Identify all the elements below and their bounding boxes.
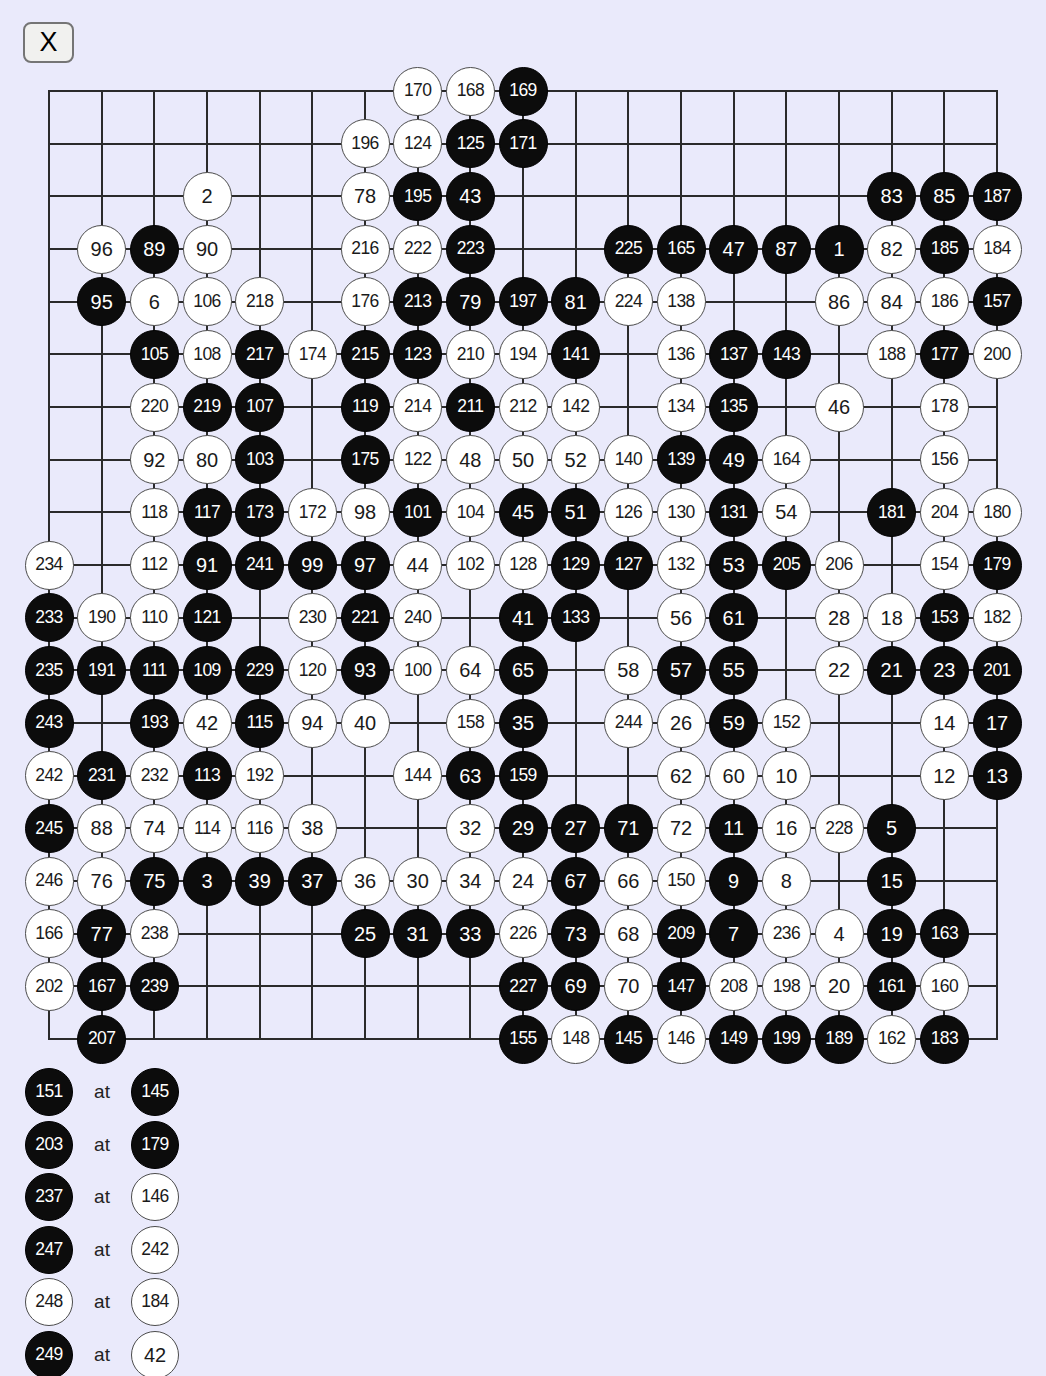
stone-move-68: 68 [604,909,653,958]
stone-move-111: 111 [130,646,179,695]
capture-annotation: 237at146 [25,1173,179,1221]
stone-move-191: 191 [77,646,126,695]
stone-move-227: 227 [499,962,548,1011]
stone-move-14: 14 [920,699,969,748]
stone-move-18: 18 [867,593,916,642]
stone-move-35: 35 [499,699,548,748]
stone-move-192: 192 [235,751,284,800]
stone-move-77: 77 [77,909,126,958]
stone-move-61: 61 [709,593,758,642]
stone-move-57: 57 [657,646,706,695]
stone-move-102: 102 [446,541,495,590]
stone-move-229: 229 [235,646,284,695]
stone-move-201: 201 [973,646,1022,695]
capture-annotation: 248at184 [25,1278,179,1326]
stone-move-71: 71 [604,804,653,853]
stone-move-23: 23 [920,646,969,695]
stone-move-53: 53 [709,541,758,590]
stone-move-230: 230 [288,593,337,642]
stone-move-106: 106 [183,277,232,326]
stone-move-97: 97 [341,541,390,590]
stone-move-79: 79 [446,277,495,326]
stone-move-70: 70 [604,962,653,1011]
stone-move-34: 34 [446,857,495,906]
stone-move-127: 127 [604,541,653,590]
stone-move-85: 85 [920,172,969,221]
stone-move-140: 140 [604,435,653,484]
stone-move-216: 216 [341,225,390,274]
stone-move-98: 98 [341,488,390,537]
stone-move-210: 210 [446,330,495,379]
go-board: 1701681691961241251712781954383851879689… [0,0,1046,1090]
annotation-at-label: at [73,1081,131,1103]
capture-annotation: 249at42 [25,1331,179,1376]
stone-move-64: 64 [446,646,495,695]
stone-move-133: 133 [551,593,600,642]
stone-move-149: 149 [709,1015,758,1064]
stone-move-146: 146 [657,1015,706,1064]
stone-move-28: 28 [815,593,864,642]
stone-move-90: 90 [183,225,232,274]
stone-move-235: 235 [25,646,74,695]
stone-move-184: 184 [131,1278,179,1326]
stone-move-211: 211 [446,383,495,432]
stone-move-144: 144 [393,751,442,800]
stone-move-134: 134 [657,383,706,432]
stone-move-38: 38 [288,804,337,853]
stone-move-99: 99 [288,541,337,590]
stone-move-173: 173 [235,488,284,537]
stone-move-228: 228 [815,804,864,853]
stone-move-125: 125 [446,119,495,168]
stone-move-184: 184 [973,225,1022,274]
stone-move-186: 186 [920,277,969,326]
stone-move-145: 145 [131,1068,179,1116]
stone-move-41: 41 [499,593,548,642]
stone-move-156: 156 [920,435,969,484]
stone-move-116: 116 [235,804,284,853]
stone-move-48: 48 [446,435,495,484]
stone-move-108: 108 [183,330,232,379]
stone-move-172: 172 [288,488,337,537]
stone-move-1: 1 [815,225,864,274]
stone-move-74: 74 [130,804,179,853]
stone-move-55: 55 [709,646,758,695]
stone-move-180: 180 [973,488,1022,537]
stone-move-117: 117 [183,488,232,537]
stone-move-47: 47 [709,225,758,274]
capture-annotation: 203at179 [25,1121,179,1169]
stone-move-81: 81 [551,277,600,326]
stone-move-11: 11 [709,804,758,853]
stone-move-107: 107 [235,383,284,432]
stone-move-166: 166 [25,909,74,958]
stone-move-20: 20 [815,962,864,1011]
stone-move-240: 240 [393,593,442,642]
stone-move-42: 42 [131,1331,179,1376]
stone-move-104: 104 [446,488,495,537]
stone-move-22: 22 [815,646,864,695]
stone-move-188: 188 [867,330,916,379]
stone-move-155: 155 [499,1015,548,1064]
stone-move-190: 190 [77,593,126,642]
capture-annotations: 151at145203at179237at146247at242248at184… [25,1068,179,1376]
stone-move-179: 179 [973,541,1022,590]
stone-move-222: 222 [393,225,442,274]
stone-move-209: 209 [657,909,706,958]
stone-move-88: 88 [77,804,126,853]
stone-move-168: 168 [446,67,495,116]
stone-move-8: 8 [762,857,811,906]
stone-move-84: 84 [867,277,916,326]
annotation-at-label: at [73,1291,131,1313]
stone-move-198: 198 [762,962,811,1011]
stone-move-56: 56 [657,593,706,642]
stone-move-12: 12 [920,751,969,800]
stone-move-103: 103 [235,435,284,484]
stone-move-94: 94 [288,699,337,748]
stone-move-5: 5 [867,804,916,853]
stone-move-119: 119 [341,383,390,432]
stone-move-95: 95 [77,277,126,326]
stone-move-145: 145 [604,1015,653,1064]
stone-move-158: 158 [446,699,495,748]
stone-move-160: 160 [920,962,969,1011]
stone-move-113: 113 [183,751,232,800]
stone-move-128: 128 [499,541,548,590]
stone-move-170: 170 [393,67,442,116]
stone-move-239: 239 [130,962,179,1011]
stone-move-165: 165 [657,225,706,274]
stone-move-124: 124 [393,119,442,168]
stone-move-100: 100 [393,646,442,695]
stone-move-183: 183 [920,1015,969,1064]
stone-move-202: 202 [25,962,74,1011]
stone-move-130: 130 [657,488,706,537]
stone-move-195: 195 [393,172,442,221]
stone-move-242: 242 [25,751,74,800]
stone-move-150: 150 [657,857,706,906]
stone-move-118: 118 [130,488,179,537]
stone-move-73: 73 [551,909,600,958]
stone-move-206: 206 [815,541,864,590]
stone-move-83: 83 [867,172,916,221]
stone-move-151: 151 [25,1068,73,1116]
stone-move-193: 193 [130,699,179,748]
stone-move-17: 17 [973,699,1022,748]
stone-move-219: 219 [183,383,232,432]
stone-move-246: 246 [25,857,74,906]
stone-move-26: 26 [657,699,706,748]
stone-move-7: 7 [709,909,758,958]
stone-move-75: 75 [130,857,179,906]
stone-move-135: 135 [709,383,758,432]
kifu-viewer-page: X 17016816919612412517127819543838518796… [0,0,1046,1376]
stone-move-43: 43 [446,172,495,221]
stone-move-220: 220 [130,383,179,432]
stone-move-241: 241 [235,541,284,590]
stone-move-89: 89 [130,225,179,274]
stone-move-169: 169 [499,67,548,116]
stone-move-86: 86 [815,277,864,326]
stone-move-218: 218 [235,277,284,326]
stone-move-157: 157 [973,277,1022,326]
stone-move-92: 92 [130,435,179,484]
stone-move-44: 44 [393,541,442,590]
stone-move-137: 137 [709,330,758,379]
capture-annotation: 247at242 [25,1226,179,1274]
stone-move-10: 10 [762,751,811,800]
stone-move-129: 129 [551,541,600,590]
stone-move-91: 91 [183,541,232,590]
stone-move-52: 52 [551,435,600,484]
stone-move-45: 45 [499,488,548,537]
stone-move-163: 163 [920,909,969,958]
stone-move-58: 58 [604,646,653,695]
stone-move-19: 19 [867,909,916,958]
stone-move-249: 249 [25,1331,73,1376]
stone-move-238: 238 [130,909,179,958]
stone-move-212: 212 [499,383,548,432]
stone-move-200: 200 [973,330,1022,379]
stone-move-176: 176 [341,277,390,326]
stone-move-208: 208 [709,962,758,1011]
stone-move-80: 80 [183,435,232,484]
stone-move-50: 50 [499,435,548,484]
stone-move-36: 36 [341,857,390,906]
stone-move-54: 54 [762,488,811,537]
stone-move-6: 6 [130,277,179,326]
stone-move-171: 171 [499,119,548,168]
stone-move-197: 197 [499,277,548,326]
stone-move-16: 16 [762,804,811,853]
stone-move-59: 59 [709,699,758,748]
stone-move-13: 13 [973,751,1022,800]
stone-move-131: 131 [709,488,758,537]
stone-move-207: 207 [77,1015,126,1064]
stone-move-194: 194 [499,330,548,379]
stone-move-178: 178 [920,383,969,432]
stone-move-225: 225 [604,225,653,274]
stone-move-141: 141 [551,330,600,379]
stone-move-87: 87 [762,225,811,274]
annotation-at-label: at [73,1344,131,1366]
stone-move-66: 66 [604,857,653,906]
stone-move-69: 69 [551,962,600,1011]
stone-move-62: 62 [657,751,706,800]
stone-move-237: 237 [25,1173,73,1221]
stone-move-244: 244 [604,699,653,748]
stone-move-226: 226 [499,909,548,958]
stone-move-159: 159 [499,751,548,800]
stone-move-161: 161 [867,962,916,1011]
stone-move-25: 25 [341,909,390,958]
stone-move-177: 177 [920,330,969,379]
annotation-at-label: at [73,1186,131,1208]
stone-move-30: 30 [393,857,442,906]
stone-move-126: 126 [604,488,653,537]
stone-move-96: 96 [77,225,126,274]
stone-move-136: 136 [657,330,706,379]
stone-move-204: 204 [920,488,969,537]
stone-move-76: 76 [77,857,126,906]
stone-move-242: 242 [131,1226,179,1274]
stone-move-3: 3 [183,857,232,906]
stone-move-199: 199 [762,1015,811,1064]
stone-move-142: 142 [551,383,600,432]
stone-move-15: 15 [867,857,916,906]
stone-move-162: 162 [867,1015,916,1064]
stone-move-147: 147 [657,962,706,1011]
stone-move-27: 27 [551,804,600,853]
stone-move-60: 60 [709,751,758,800]
stone-move-24: 24 [499,857,548,906]
stone-move-114: 114 [183,804,232,853]
stone-move-223: 223 [446,225,495,274]
stone-move-185: 185 [920,225,969,274]
stone-move-115: 115 [235,699,284,748]
stone-move-67: 67 [551,857,600,906]
stone-move-243: 243 [25,699,74,748]
stone-move-248: 248 [25,1278,73,1326]
stone-move-247: 247 [25,1226,73,1274]
stone-move-139: 139 [657,435,706,484]
stone-move-29: 29 [499,804,548,853]
stone-move-82: 82 [867,225,916,274]
stone-move-221: 221 [341,593,390,642]
stone-move-138: 138 [657,277,706,326]
stone-move-232: 232 [130,751,179,800]
stone-move-203: 203 [25,1121,73,1169]
stone-move-39: 39 [235,857,284,906]
stone-move-109: 109 [183,646,232,695]
stone-move-51: 51 [551,488,600,537]
stone-move-32: 32 [446,804,495,853]
stone-move-40: 40 [341,699,390,748]
stone-move-132: 132 [657,541,706,590]
stone-move-179: 179 [131,1121,179,1169]
stone-move-9: 9 [709,857,758,906]
stone-move-167: 167 [77,962,126,1011]
stone-move-154: 154 [920,541,969,590]
stone-move-224: 224 [604,277,653,326]
stone-move-187: 187 [973,172,1022,221]
stone-move-245: 245 [25,804,74,853]
stone-move-217: 217 [235,330,284,379]
stone-move-110: 110 [130,593,179,642]
stone-move-233: 233 [25,593,74,642]
stone-move-46: 46 [815,383,864,432]
stone-move-63: 63 [446,751,495,800]
stone-move-152: 152 [762,699,811,748]
capture-annotation: 151at145 [25,1068,179,1116]
stone-move-33: 33 [446,909,495,958]
stone-move-181: 181 [867,488,916,537]
stone-move-231: 231 [77,751,126,800]
annotation-at-label: at [73,1134,131,1156]
stone-move-148: 148 [551,1015,600,1064]
stone-move-196: 196 [341,119,390,168]
stone-move-213: 213 [393,277,442,326]
stone-move-31: 31 [393,909,442,958]
stone-move-4: 4 [815,909,864,958]
stone-move-122: 122 [393,435,442,484]
stone-move-78: 78 [341,172,390,221]
stone-move-112: 112 [130,541,179,590]
stone-move-101: 101 [393,488,442,537]
stone-move-175: 175 [341,435,390,484]
stone-move-123: 123 [393,330,442,379]
stone-move-72: 72 [657,804,706,853]
stone-move-2: 2 [183,172,232,221]
stone-move-182: 182 [973,593,1022,642]
stone-move-189: 189 [815,1015,864,1064]
stone-move-121: 121 [183,593,232,642]
stone-move-143: 143 [762,330,811,379]
stone-move-146: 146 [131,1173,179,1221]
stone-move-105: 105 [130,330,179,379]
stone-move-234: 234 [25,541,74,590]
stone-move-205: 205 [762,541,811,590]
stone-move-49: 49 [709,435,758,484]
stone-move-153: 153 [920,593,969,642]
stone-move-120: 120 [288,646,337,695]
stone-move-37: 37 [288,857,337,906]
stone-move-174: 174 [288,330,337,379]
stone-move-215: 215 [341,330,390,379]
stone-move-42: 42 [183,699,232,748]
stone-move-236: 236 [762,909,811,958]
stone-move-65: 65 [499,646,548,695]
stone-move-21: 21 [867,646,916,695]
stone-move-164: 164 [762,435,811,484]
stone-move-93: 93 [341,646,390,695]
stone-move-214: 214 [393,383,442,432]
annotation-at-label: at [73,1239,131,1261]
